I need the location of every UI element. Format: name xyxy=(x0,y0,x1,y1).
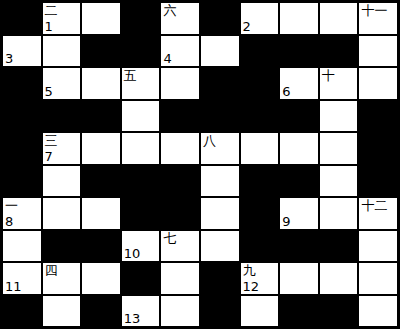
down-clue-kanji-number: 一 xyxy=(5,198,18,213)
cell-r8c1[interactable] xyxy=(3,231,41,262)
cell-r4c5-black xyxy=(161,101,199,132)
cell-r2c7-black xyxy=(241,36,279,67)
across-clue-number: 3 xyxy=(5,52,13,66)
cell-r1c6-black xyxy=(201,3,239,34)
cell-r7c1[interactable]: 一8 xyxy=(3,198,41,229)
cell-r8c9-black xyxy=(320,231,358,262)
down-clue-kanji-number: 十 xyxy=(322,68,335,83)
across-clue-number: 13 xyxy=(124,312,141,326)
cell-r1c10[interactable]: 十一 xyxy=(359,3,397,34)
cell-r1c4-black xyxy=(122,3,160,34)
cell-r6c5-black xyxy=(161,166,199,197)
cell-r1c2[interactable]: 二1 xyxy=(43,3,81,34)
cell-r10c7[interactable] xyxy=(241,296,279,327)
across-clue-number: 2 xyxy=(243,20,251,34)
cell-r4c3-black xyxy=(82,101,120,132)
cell-r7c5-black xyxy=(161,198,199,229)
crossword-grid: 二1六2十一345五6十三7八一89十二10七11四九1213 xyxy=(0,0,400,329)
cell-r5c8[interactable] xyxy=(280,133,318,164)
cell-r5c9[interactable] xyxy=(320,133,358,164)
cell-r7c8[interactable]: 9 xyxy=(280,198,318,229)
cell-r8c4[interactable]: 10 xyxy=(122,231,160,262)
cell-r6c1-black xyxy=(3,166,41,197)
cell-r9c1[interactable]: 11 xyxy=(3,263,41,294)
cell-r3c10[interactable] xyxy=(359,68,397,99)
cell-r9c8[interactable] xyxy=(280,263,318,294)
cell-r7c3[interactable] xyxy=(82,198,120,229)
cell-r4c7-black xyxy=(241,101,279,132)
cell-r3c4[interactable]: 五 xyxy=(122,68,160,99)
cell-r3c9[interactable]: 十 xyxy=(320,68,358,99)
cell-r9c7[interactable]: 九12 xyxy=(241,263,279,294)
cell-r7c4-black xyxy=(122,198,160,229)
cell-r1c8[interactable] xyxy=(280,3,318,34)
cell-r2c8-black xyxy=(280,36,318,67)
cell-r5c10-black xyxy=(359,133,397,164)
cell-r7c9[interactable] xyxy=(320,198,358,229)
cell-r5c3[interactable] xyxy=(82,133,120,164)
cell-r8c8-black xyxy=(280,231,318,262)
down-clue-kanji-number: 八 xyxy=(203,133,216,148)
cell-r2c1[interactable]: 3 xyxy=(3,36,41,67)
cell-r3c6-black xyxy=(201,68,239,99)
down-clue-kanji-number: 二 xyxy=(45,3,58,18)
cell-r5c7[interactable] xyxy=(241,133,279,164)
cell-r3c7-black xyxy=(241,68,279,99)
cell-r1c3[interactable] xyxy=(82,3,120,34)
across-clue-number: 12 xyxy=(243,280,260,294)
cell-r3c2[interactable]: 5 xyxy=(43,68,81,99)
cell-r10c2[interactable] xyxy=(43,296,81,327)
cell-r2c6[interactable] xyxy=(201,36,239,67)
across-clue-number: 11 xyxy=(5,280,22,294)
cell-r2c2[interactable] xyxy=(43,36,81,67)
cell-r2c5[interactable]: 4 xyxy=(161,36,199,67)
cell-r7c7-black xyxy=(241,198,279,229)
cell-r8c5[interactable]: 七 xyxy=(161,231,199,262)
cell-r8c3-black xyxy=(82,231,120,262)
crossword-page: 二1六2十一345五6十三7八一89十二10七11四九1213 xyxy=(0,0,400,329)
down-clue-kanji-number: 十二 xyxy=(361,198,387,213)
across-clue-number: 10 xyxy=(124,247,141,261)
cell-r2c9-black xyxy=(320,36,358,67)
cell-r8c10[interactable] xyxy=(359,231,397,262)
cell-r5c5[interactable] xyxy=(161,133,199,164)
across-clue-number: 8 xyxy=(5,215,13,229)
cell-r6c10-black xyxy=(359,166,397,197)
cell-r6c4-black xyxy=(122,166,160,197)
cell-r1c9[interactable] xyxy=(320,3,358,34)
cell-r9c2[interactable]: 四 xyxy=(43,263,81,294)
cell-r5c2[interactable]: 三7 xyxy=(43,133,81,164)
cell-r6c7-black xyxy=(241,166,279,197)
cell-r10c8-black xyxy=(280,296,318,327)
cell-r9c3[interactable] xyxy=(82,263,120,294)
cell-r8c7-black xyxy=(241,231,279,262)
cell-r8c6[interactable] xyxy=(201,231,239,262)
cell-r7c10[interactable]: 十二 xyxy=(359,198,397,229)
cell-r3c8[interactable]: 6 xyxy=(280,68,318,99)
cell-r4c8-black xyxy=(280,101,318,132)
cell-r2c10[interactable] xyxy=(359,36,397,67)
cell-r4c4[interactable] xyxy=(122,101,160,132)
cell-r2c4-black xyxy=(122,36,160,67)
cell-r4c1-black xyxy=(3,101,41,132)
cell-r9c4-black xyxy=(122,263,160,294)
down-clue-kanji-number: 三 xyxy=(45,133,58,148)
cell-r9c10[interactable] xyxy=(359,263,397,294)
across-clue-number: 5 xyxy=(45,85,53,99)
down-clue-kanji-number: 七 xyxy=(163,231,176,246)
cell-r7c6[interactable] xyxy=(201,198,239,229)
cell-r6c3-black xyxy=(82,166,120,197)
down-clue-kanji-number: 四 xyxy=(45,263,58,278)
cell-r10c1-black xyxy=(3,296,41,327)
cell-r9c6-black xyxy=(201,263,239,294)
cell-r10c5[interactable] xyxy=(161,296,199,327)
cell-r4c6-black xyxy=(201,101,239,132)
cell-r5c6[interactable]: 八 xyxy=(201,133,239,164)
cell-r6c9[interactable] xyxy=(320,166,358,197)
cell-r1c1-black xyxy=(3,3,41,34)
down-clue-kanji-number: 九 xyxy=(243,263,256,278)
down-clue-kanji-number: 十一 xyxy=(361,3,387,18)
cell-r3c5[interactable] xyxy=(161,68,199,99)
cell-r4c10-black xyxy=(359,101,397,132)
cell-r9c5[interactable] xyxy=(161,263,199,294)
cell-r4c2-black xyxy=(43,101,81,132)
cell-r3c1-black xyxy=(3,68,41,99)
cell-r3c3[interactable] xyxy=(82,68,120,99)
cell-r6c2[interactable] xyxy=(43,166,81,197)
down-clue-kanji-number: 五 xyxy=(124,68,137,83)
cell-r9c9[interactable] xyxy=(320,263,358,294)
across-clue-number: 1 xyxy=(45,20,53,34)
cell-r6c6[interactable] xyxy=(201,166,239,197)
cell-r10c6-black xyxy=(201,296,239,327)
cell-r1c7[interactable]: 2 xyxy=(241,3,279,34)
across-clue-number: 9 xyxy=(282,215,290,229)
down-clue-kanji-number: 六 xyxy=(163,3,176,18)
across-clue-number: 7 xyxy=(45,150,53,164)
across-clue-number: 4 xyxy=(163,52,171,66)
cell-r10c4[interactable]: 13 xyxy=(122,296,160,327)
cell-r7c2[interactable] xyxy=(43,198,81,229)
cell-r6c8-black xyxy=(280,166,318,197)
cell-r8c2-black xyxy=(43,231,81,262)
cell-r10c3-black xyxy=(82,296,120,327)
cell-r10c9-black xyxy=(320,296,358,327)
cell-r5c4[interactable] xyxy=(122,133,160,164)
cell-r5c1-black xyxy=(3,133,41,164)
cell-r2c3-black xyxy=(82,36,120,67)
cell-r4c9[interactable] xyxy=(320,101,358,132)
across-clue-number: 6 xyxy=(282,85,290,99)
cell-r10c10[interactable] xyxy=(359,296,397,327)
cell-r1c5[interactable]: 六 xyxy=(161,3,199,34)
